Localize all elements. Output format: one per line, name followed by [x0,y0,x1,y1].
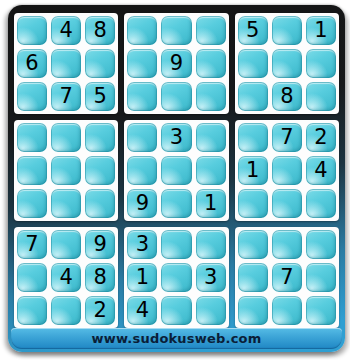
cell-r5c4[interactable] [127,156,157,185]
cell-r8c6: 3 [196,263,226,292]
sudoku-box-2: 9 [124,13,228,114]
cell-r7c3: 9 [85,230,115,259]
cell-r4c7[interactable] [238,123,268,152]
cell-r7c2[interactable] [51,230,81,259]
cell-r3c4[interactable] [127,82,157,111]
cell-r3c5[interactable] [161,82,191,111]
cell-r6c2[interactable] [51,189,81,218]
sudoku-board: 48675951839172147948231347 www.sudokuswe… [8,5,345,352]
cell-r6c6: 1 [196,189,226,218]
cell-r4c5: 3 [161,123,191,152]
cell-r5c1[interactable] [17,156,47,185]
cell-r4c1[interactable] [17,123,47,152]
cell-r3c8: 8 [272,82,302,111]
cell-r7c1: 7 [17,230,47,259]
cell-r2c9[interactable] [306,49,336,78]
cell-r3c2: 7 [51,82,81,111]
sudoku-box-7: 79482 [14,227,118,328]
cell-r8c5[interactable] [161,263,191,292]
cell-r4c9: 2 [306,123,336,152]
sudoku-box-6: 7214 [235,120,339,221]
cell-r5c9: 4 [306,156,336,185]
cell-r7c4: 3 [127,230,157,259]
sudoku-grid: 48675951839172147948231347 [14,13,339,328]
cell-r5c8[interactable] [272,156,302,185]
sudoku-box-8: 3134 [124,227,228,328]
cell-r8c2: 4 [51,263,81,292]
cell-r2c6[interactable] [196,49,226,78]
cell-r2c4[interactable] [127,49,157,78]
cell-r6c4: 9 [127,189,157,218]
cell-r8c1[interactable] [17,263,47,292]
cell-r9c4: 4 [127,296,157,325]
cell-r4c4[interactable] [127,123,157,152]
sudoku-box-9: 7 [235,227,339,328]
cell-r1c6[interactable] [196,16,226,45]
footer-bar: www.sudokusweb.com [11,328,342,349]
sudoku-box-5: 391 [124,120,228,221]
cell-r8c9[interactable] [306,263,336,292]
cell-r1c8[interactable] [272,16,302,45]
cell-r4c8: 7 [272,123,302,152]
cell-r6c7[interactable] [238,189,268,218]
sudoku-box-4 [14,120,118,221]
page: 48675951839172147948231347 www.sudokuswe… [0,0,350,360]
cell-r3c3: 5 [85,82,115,111]
cell-r4c3[interactable] [85,123,115,152]
cell-r4c6[interactable] [196,123,226,152]
cell-r5c5[interactable] [161,156,191,185]
cell-r9c8[interactable] [272,296,302,325]
cell-r7c7[interactable] [238,230,268,259]
cell-r1c4[interactable] [127,16,157,45]
cell-r7c6[interactable] [196,230,226,259]
cell-r7c5[interactable] [161,230,191,259]
sudoku-box-3: 518 [235,13,339,114]
cell-r1c3: 8 [85,16,115,45]
cell-r8c3: 8 [85,263,115,292]
cell-r7c8[interactable] [272,230,302,259]
cell-r3c6[interactable] [196,82,226,111]
cell-r6c1[interactable] [17,189,47,218]
cell-r9c9 [306,296,336,325]
cell-r4c2[interactable] [51,123,81,152]
cell-r3c9[interactable] [306,82,336,111]
cell-r6c9[interactable] [306,189,336,218]
sudoku-box-1: 48675 [14,13,118,114]
cell-r6c8[interactable] [272,189,302,218]
cell-r9c5[interactable] [161,296,191,325]
cell-r9c2[interactable] [51,296,81,325]
cell-r8c4: 1 [127,263,157,292]
cell-r2c1: 6 [17,49,47,78]
cell-r8c8: 7 [272,263,302,292]
cell-r5c3[interactable] [85,156,115,185]
cell-r6c3[interactable] [85,189,115,218]
cell-r1c5[interactable] [161,16,191,45]
cell-r1c2: 4 [51,16,81,45]
cell-r5c6[interactable] [196,156,226,185]
cell-r1c7: 5 [238,16,268,45]
cell-r2c3[interactable] [85,49,115,78]
cell-r1c1[interactable] [17,16,47,45]
cell-r9c6[interactable] [196,296,226,325]
cell-r2c7[interactable] [238,49,268,78]
cell-r3c1[interactable] [17,82,47,111]
cell-r1c9: 1 [306,16,336,45]
cell-r3c7[interactable] [238,82,268,111]
cell-r9c1[interactable] [17,296,47,325]
cell-r2c2[interactable] [51,49,81,78]
cell-r9c3: 2 [85,296,115,325]
cell-r8c7[interactable] [238,263,268,292]
cell-r2c5: 9 [161,49,191,78]
cell-r5c2[interactable] [51,156,81,185]
cell-r9c7[interactable] [238,296,268,325]
cell-r6c5[interactable] [161,189,191,218]
website-link[interactable]: www.sudokusweb.com [92,331,262,346]
cell-r5c7: 1 [238,156,268,185]
cell-r2c8[interactable] [272,49,302,78]
cell-r7c9[interactable] [306,230,336,259]
